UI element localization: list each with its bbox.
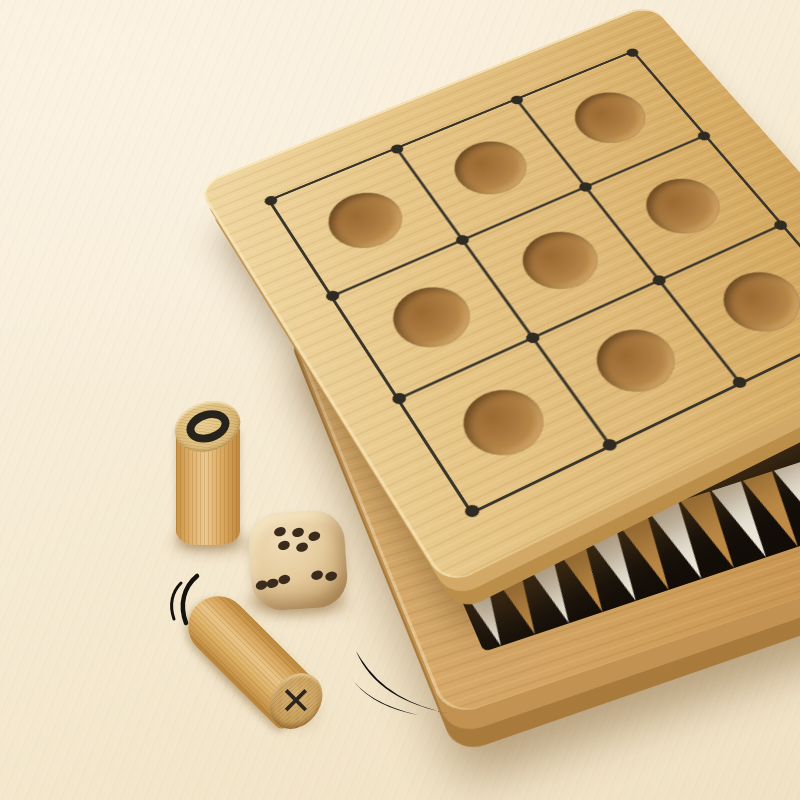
scene: ✕ (0, 0, 800, 800)
peg-hole (510, 222, 611, 299)
die[interactable] (247, 509, 350, 612)
die-pip-top (273, 525, 287, 537)
die-pip-right (310, 569, 324, 581)
peg-hole (450, 378, 557, 466)
die-pip-right (324, 570, 338, 582)
peg-hole (381, 277, 483, 358)
peg-hole (562, 84, 657, 152)
die-pip-top (295, 541, 309, 553)
peg-hole (709, 262, 800, 342)
peg-hole (442, 133, 539, 205)
peg-hole (317, 183, 415, 258)
peg-hole (633, 169, 733, 243)
peg-hole (583, 319, 689, 403)
x-mark-icon: ✕ (280, 682, 312, 720)
die-pip-top (308, 530, 322, 542)
die-pip-top (277, 539, 291, 551)
o-mark-icon (182, 405, 233, 448)
die-pip-left (277, 573, 291, 585)
die-pip-top (291, 527, 305, 539)
